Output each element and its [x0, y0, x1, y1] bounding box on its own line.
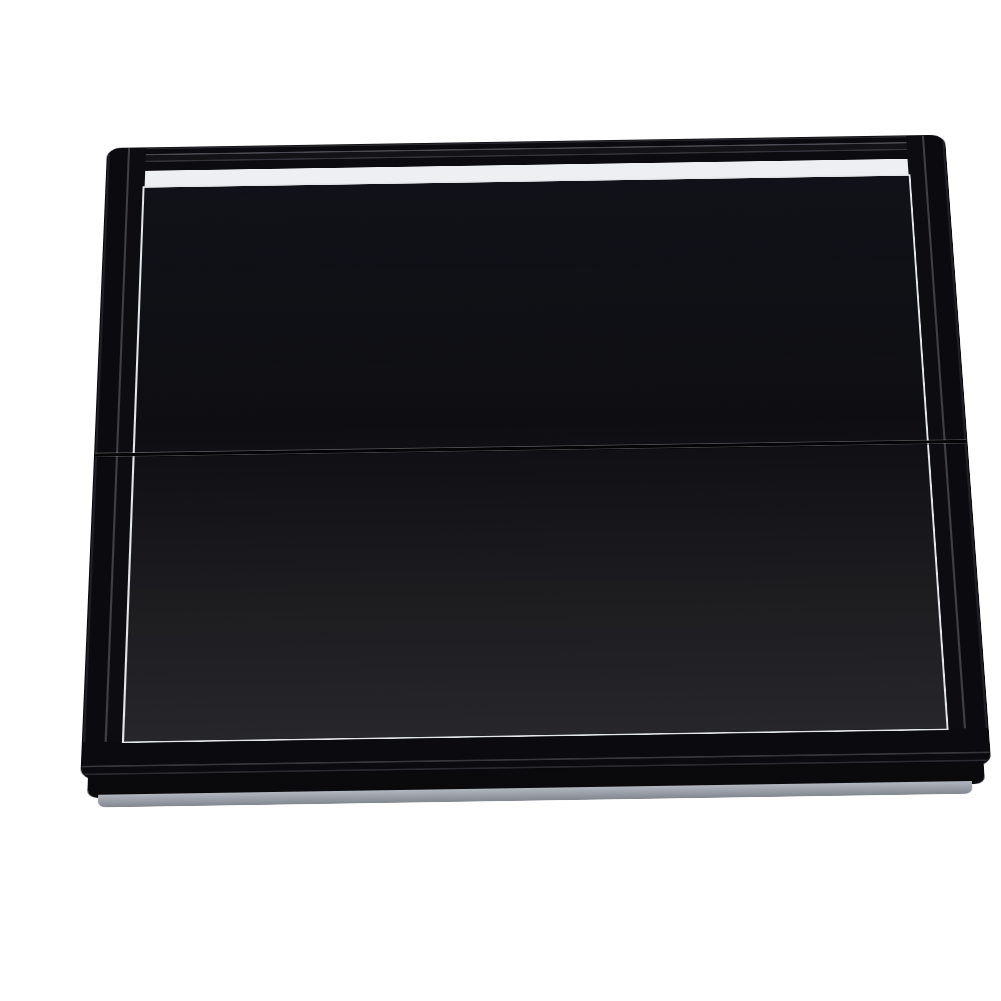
chess-board: [80, 135, 993, 815]
chess-set-product-photo: [0, 0, 1001, 1001]
